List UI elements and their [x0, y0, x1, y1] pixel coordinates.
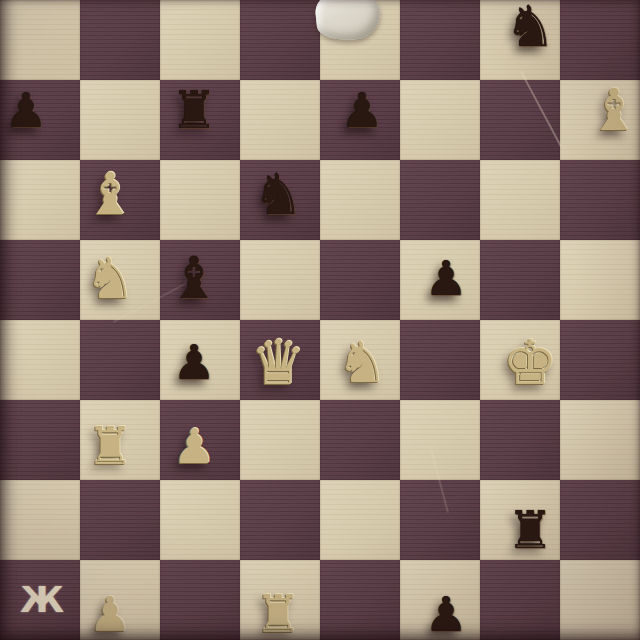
square-c2[interactable]	[160, 480, 240, 560]
square-a2[interactable]	[0, 480, 80, 560]
square-h2[interactable]	[560, 480, 640, 560]
square-a5[interactable]	[0, 240, 80, 320]
square-d1[interactable]: ♜	[240, 560, 320, 640]
square-a4[interactable]	[0, 320, 80, 400]
square-h8[interactable]	[560, 0, 640, 80]
piece-black-pawn: ♟	[406, 574, 486, 640]
square-h1[interactable]	[560, 560, 640, 640]
square-f4[interactable]	[400, 320, 480, 400]
piece-white-queen: ♛	[238, 322, 318, 402]
square-b5[interactable]: ♞	[80, 240, 160, 320]
board-logo-glyph: Ж	[20, 579, 64, 620]
piece-white-knight: ♞	[70, 238, 150, 318]
square-f8[interactable]	[400, 0, 480, 80]
square-d7[interactable]	[240, 80, 320, 160]
piece-white-knight: ♞	[322, 322, 402, 402]
piece-white-king: ♚	[490, 322, 570, 402]
square-e3[interactable]	[320, 400, 400, 480]
square-f2[interactable]	[400, 480, 480, 560]
square-c1[interactable]	[160, 560, 240, 640]
square-c5[interactable]: ♝	[160, 240, 240, 320]
piece-black-knight: ♞	[490, 0, 570, 66]
square-h6[interactable]	[560, 160, 640, 240]
piece-white-bishop: ♝	[70, 154, 150, 234]
square-f5[interactable]: ♟	[400, 240, 480, 320]
square-d3[interactable]	[240, 400, 320, 480]
square-g8[interactable]: ♞	[480, 0, 560, 80]
piece-black-rook: ♜	[490, 490, 570, 570]
square-g2[interactable]: ♜	[480, 480, 560, 560]
square-e6[interactable]	[320, 160, 400, 240]
square-e1[interactable]	[320, 560, 400, 640]
square-b1[interactable]: ♟	[80, 560, 160, 640]
chess-board: ♞♟♜♟♝♝♞♞♝♟♟♛♞♚♜♟♜♟♜♟	[0, 0, 640, 640]
chess-board-photo: ♞♟♜♟♝♝♞♞♝♟♟♛♞♚♜♟♜♟♜♟ Ж	[0, 0, 640, 640]
square-g6[interactable]	[480, 160, 560, 240]
square-c4[interactable]: ♟	[160, 320, 240, 400]
piece-black-rook: ♜	[154, 70, 234, 150]
piece-white-pawn: ♟	[70, 574, 150, 640]
piece-black-pawn: ♟	[406, 238, 486, 318]
square-c6[interactable]	[160, 160, 240, 240]
square-h3[interactable]	[560, 400, 640, 480]
square-b4[interactable]	[80, 320, 160, 400]
square-e2[interactable]	[320, 480, 400, 560]
square-g3[interactable]	[480, 400, 560, 480]
square-b2[interactable]	[80, 480, 160, 560]
square-d5[interactable]	[240, 240, 320, 320]
square-b8[interactable]	[80, 0, 160, 80]
square-g5[interactable]	[480, 240, 560, 320]
square-f3[interactable]	[400, 400, 480, 480]
square-g4[interactable]: ♚	[480, 320, 560, 400]
square-b3[interactable]: ♜	[80, 400, 160, 480]
square-h5[interactable]	[560, 240, 640, 320]
square-h7[interactable]: ♝	[560, 80, 640, 160]
square-d6[interactable]: ♞	[240, 160, 320, 240]
square-f7[interactable]	[400, 80, 480, 160]
square-d8[interactable]	[240, 0, 320, 80]
piece-black-pawn: ♟	[322, 70, 402, 150]
board-logo-stamp: Ж	[20, 576, 64, 622]
square-d2[interactable]	[240, 480, 320, 560]
square-c7[interactable]: ♜	[160, 80, 240, 160]
square-c8[interactable]	[160, 0, 240, 80]
piece-white-bishop: ♝	[574, 70, 640, 150]
square-a6[interactable]	[0, 160, 80, 240]
piece-black-pawn: ♟	[0, 70, 66, 150]
square-g1[interactable]	[480, 560, 560, 640]
square-b6[interactable]: ♝	[80, 160, 160, 240]
square-a3[interactable]	[0, 400, 80, 480]
piece-white-pawn: ♟	[154, 406, 234, 486]
square-h4[interactable]	[560, 320, 640, 400]
square-a7[interactable]: ♟	[0, 80, 80, 160]
square-e5[interactable]	[320, 240, 400, 320]
square-d4[interactable]: ♛	[240, 320, 320, 400]
square-f6[interactable]	[400, 160, 480, 240]
square-e4[interactable]: ♞	[320, 320, 400, 400]
square-c3[interactable]: ♟	[160, 400, 240, 480]
piece-black-pawn: ♟	[154, 322, 234, 402]
square-b7[interactable]	[80, 80, 160, 160]
piece-white-rook: ♜	[70, 406, 150, 486]
square-a8[interactable]	[0, 0, 80, 80]
piece-white-rook: ♜	[238, 574, 318, 640]
square-f1[interactable]: ♟	[400, 560, 480, 640]
piece-black-bishop: ♝	[154, 238, 234, 318]
square-e7[interactable]: ♟	[320, 80, 400, 160]
piece-black-knight: ♞	[238, 154, 318, 234]
square-g7[interactable]	[480, 80, 560, 160]
